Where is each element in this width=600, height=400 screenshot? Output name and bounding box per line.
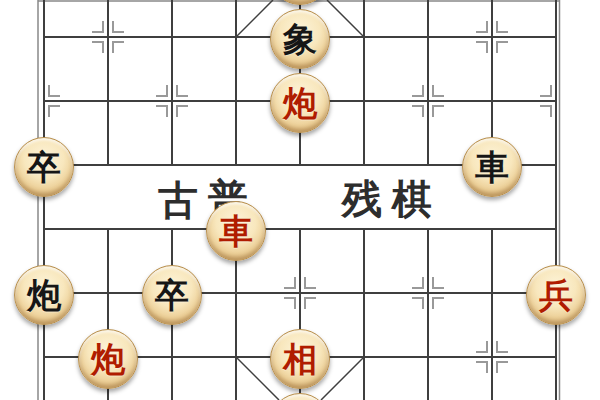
point-marker <box>497 362 508 373</box>
point-marker <box>540 106 551 117</box>
piece-black-cannon[interactable]: 炮 <box>14 265 74 325</box>
river-label-char: 残 <box>342 172 382 227</box>
piece-black-soldier-mid[interactable]: 卒 <box>142 265 202 325</box>
point-marker <box>433 85 444 96</box>
piece-glyph: 車 <box>475 150 509 184</box>
point-marker <box>497 42 508 53</box>
piece-glyph: 炮 <box>91 342 125 376</box>
point-marker <box>284 277 295 288</box>
piece-glyph: 兵 <box>539 278 573 312</box>
point-marker <box>92 42 103 53</box>
point-marker <box>433 298 444 309</box>
piece-red-soldier[interactable]: 兵 <box>526 265 586 325</box>
point-marker <box>156 106 167 117</box>
piece-glyph: 炮 <box>283 86 317 120</box>
point-marker <box>497 341 508 352</box>
point-marker <box>412 298 423 309</box>
point-marker <box>433 277 444 288</box>
piece-black-elephant[interactable]: 象 <box>270 9 330 69</box>
point-marker <box>497 21 508 32</box>
piece-red-cannon-left[interactable]: 炮 <box>78 329 138 389</box>
point-marker <box>113 42 124 53</box>
river-label-char: 古 <box>158 173 198 228</box>
point-marker <box>412 277 423 288</box>
point-marker <box>305 298 316 309</box>
piece-black-chariot[interactable]: 車 <box>462 137 522 197</box>
palace-diagonal <box>236 0 273 37</box>
point-marker <box>433 106 444 117</box>
point-marker <box>476 362 487 373</box>
piece-red-elephant[interactable]: 相 <box>270 329 330 389</box>
piece-glyph: 象 <box>283 22 317 56</box>
point-marker <box>412 85 423 96</box>
piece-glyph: 相 <box>283 342 317 376</box>
point-marker <box>49 85 60 96</box>
point-marker <box>540 85 551 96</box>
piece-glyph: 卒 <box>27 150 61 184</box>
piece-black-soldier-left[interactable]: 卒 <box>14 137 74 197</box>
point-marker <box>177 85 188 96</box>
point-marker <box>49 106 60 117</box>
piece-red-chariot[interactable]: 車 <box>206 201 266 261</box>
point-marker <box>476 21 487 32</box>
piece-red-cannon-center[interactable]: 炮 <box>270 73 330 133</box>
xiangqi-board: 古普残棋 象炮卒車車炮卒兵炮相 <box>0 0 600 400</box>
piece-glyph: 車 <box>219 214 253 248</box>
piece-glyph: 炮 <box>27 278 61 312</box>
point-marker <box>177 106 188 117</box>
point-marker <box>476 42 487 53</box>
point-marker <box>92 21 103 32</box>
point-marker <box>305 277 316 288</box>
point-marker <box>412 106 423 117</box>
point-marker <box>284 298 295 309</box>
point-marker <box>156 85 167 96</box>
point-marker <box>476 341 487 352</box>
river-label-char: 棋 <box>392 172 432 227</box>
piece-glyph: 卒 <box>155 278 189 312</box>
point-marker <box>113 21 124 32</box>
palace-diagonal <box>327 0 364 37</box>
